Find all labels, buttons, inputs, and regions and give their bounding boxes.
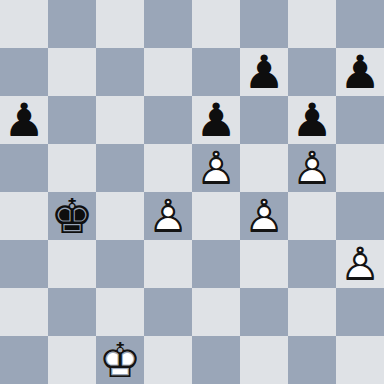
square-e2[interactable] xyxy=(192,288,240,336)
square-a1[interactable] xyxy=(0,336,48,384)
square-d4[interactable]: ♟♙ xyxy=(144,192,192,240)
square-a8[interactable] xyxy=(0,0,48,48)
square-h8[interactable] xyxy=(336,0,384,48)
black-pawn[interactable]: ♟ xyxy=(0,96,48,144)
white-king-outline-glyph: ♔ xyxy=(96,336,144,384)
white-pawn-outline-glyph: ♙ xyxy=(288,144,336,192)
square-g5[interactable]: ♟♙ xyxy=(288,144,336,192)
square-b1[interactable] xyxy=(48,336,96,384)
white-pawn[interactable]: ♟♙ xyxy=(288,144,336,192)
square-d1[interactable] xyxy=(144,336,192,384)
square-b4[interactable]: ♚ xyxy=(48,192,96,240)
square-g2[interactable] xyxy=(288,288,336,336)
square-d5[interactable] xyxy=(144,144,192,192)
square-e8[interactable] xyxy=(192,0,240,48)
chess-board: ♟♟♟♟♟♟♙♟♙♚♟♙♟♙♟♙♚♔ xyxy=(0,0,384,384)
square-g6[interactable]: ♟ xyxy=(288,96,336,144)
white-pawn[interactable]: ♟♙ xyxy=(192,144,240,192)
square-f4[interactable]: ♟♙ xyxy=(240,192,288,240)
chess-board-window: ♟♟♟♟♟♟♙♟♙♚♟♙♟♙♟♙♚♔ xyxy=(0,0,384,384)
square-b5[interactable] xyxy=(48,144,96,192)
black-pawn-glyph: ♟ xyxy=(192,96,240,144)
square-c8[interactable] xyxy=(96,0,144,48)
white-pawn-outline-glyph: ♙ xyxy=(240,192,288,240)
square-a7[interactable] xyxy=(0,48,48,96)
white-king[interactable]: ♚♔ xyxy=(96,336,144,384)
square-h7[interactable]: ♟ xyxy=(336,48,384,96)
square-a4[interactable] xyxy=(0,192,48,240)
square-c1[interactable]: ♚♔ xyxy=(96,336,144,384)
white-pawn-outline-glyph: ♙ xyxy=(144,192,192,240)
black-pawn-glyph: ♟ xyxy=(336,48,384,96)
square-d7[interactable] xyxy=(144,48,192,96)
square-d8[interactable] xyxy=(144,0,192,48)
square-h6[interactable] xyxy=(336,96,384,144)
square-g1[interactable] xyxy=(288,336,336,384)
black-pawn[interactable]: ♟ xyxy=(336,48,384,96)
square-e1[interactable] xyxy=(192,336,240,384)
square-d6[interactable] xyxy=(144,96,192,144)
black-king-glyph: ♚ xyxy=(48,192,96,240)
black-pawn-glyph: ♟ xyxy=(0,96,48,144)
white-pawn-outline-glyph: ♙ xyxy=(336,240,384,288)
square-h1[interactable] xyxy=(336,336,384,384)
square-f7[interactable]: ♟ xyxy=(240,48,288,96)
black-pawn[interactable]: ♟ xyxy=(288,96,336,144)
square-b2[interactable] xyxy=(48,288,96,336)
white-pawn[interactable]: ♟♙ xyxy=(336,240,384,288)
white-pawn-outline-glyph: ♙ xyxy=(192,144,240,192)
square-c2[interactable] xyxy=(96,288,144,336)
square-g7[interactable] xyxy=(288,48,336,96)
square-b3[interactable] xyxy=(48,240,96,288)
square-c6[interactable] xyxy=(96,96,144,144)
square-f5[interactable] xyxy=(240,144,288,192)
square-e5[interactable]: ♟♙ xyxy=(192,144,240,192)
square-e4[interactable] xyxy=(192,192,240,240)
black-pawn[interactable]: ♟ xyxy=(192,96,240,144)
black-pawn-glyph: ♟ xyxy=(288,96,336,144)
square-c4[interactable] xyxy=(96,192,144,240)
black-king[interactable]: ♚ xyxy=(48,192,96,240)
square-h2[interactable] xyxy=(336,288,384,336)
square-b8[interactable] xyxy=(48,0,96,48)
black-pawn[interactable]: ♟ xyxy=(240,48,288,96)
square-c3[interactable] xyxy=(96,240,144,288)
square-b7[interactable] xyxy=(48,48,96,96)
square-e7[interactable] xyxy=(192,48,240,96)
square-f6[interactable] xyxy=(240,96,288,144)
square-h4[interactable] xyxy=(336,192,384,240)
black-pawn-glyph: ♟ xyxy=(240,48,288,96)
white-pawn[interactable]: ♟♙ xyxy=(144,192,192,240)
square-d3[interactable] xyxy=(144,240,192,288)
square-g8[interactable] xyxy=(288,0,336,48)
square-h5[interactable] xyxy=(336,144,384,192)
square-g3[interactable] xyxy=(288,240,336,288)
square-g4[interactable] xyxy=(288,192,336,240)
square-a3[interactable] xyxy=(0,240,48,288)
square-f1[interactable] xyxy=(240,336,288,384)
square-e3[interactable] xyxy=(192,240,240,288)
square-a5[interactable] xyxy=(0,144,48,192)
white-pawn[interactable]: ♟♙ xyxy=(240,192,288,240)
square-b6[interactable] xyxy=(48,96,96,144)
square-a2[interactable] xyxy=(0,288,48,336)
square-f8[interactable] xyxy=(240,0,288,48)
square-a6[interactable]: ♟ xyxy=(0,96,48,144)
square-f3[interactable] xyxy=(240,240,288,288)
square-c5[interactable] xyxy=(96,144,144,192)
square-h3[interactable]: ♟♙ xyxy=(336,240,384,288)
square-c7[interactable] xyxy=(96,48,144,96)
square-f2[interactable] xyxy=(240,288,288,336)
square-d2[interactable] xyxy=(144,288,192,336)
square-e6[interactable]: ♟ xyxy=(192,96,240,144)
